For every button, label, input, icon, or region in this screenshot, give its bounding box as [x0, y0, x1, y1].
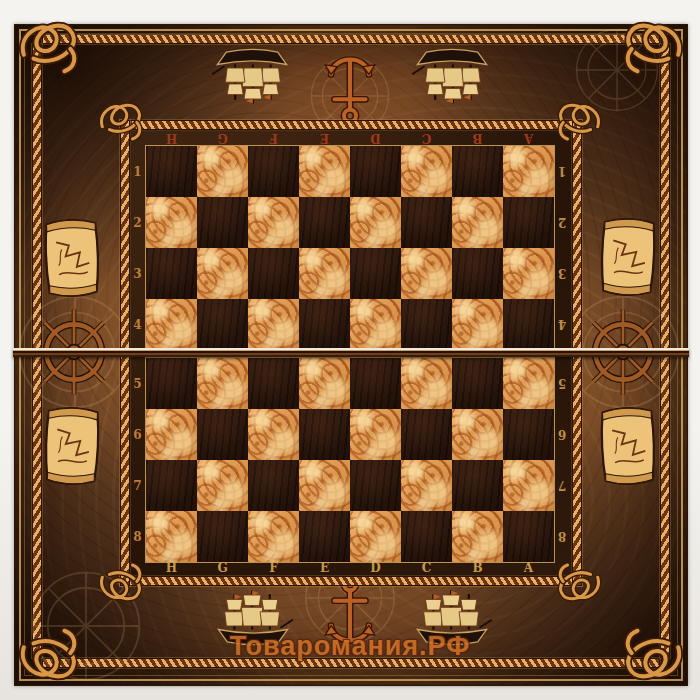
square-d8: [350, 511, 401, 562]
scroll-map-icon: [594, 400, 661, 492]
square-g7: [197, 460, 248, 511]
square-g8: [197, 511, 248, 562]
coord-label: D: [350, 132, 401, 144]
coord-label: 3: [558, 248, 566, 299]
square-g1: [197, 146, 248, 197]
square-g4: [197, 299, 248, 350]
scroll-map-icon: [38, 400, 105, 492]
square-f4: [248, 299, 299, 350]
square-e7: [299, 460, 350, 511]
square-g5: [197, 358, 248, 409]
square-c7: [401, 460, 452, 511]
coord-label: 4: [133, 299, 141, 350]
square-g2: [197, 197, 248, 248]
square-f7: [248, 460, 299, 511]
rope-knot-icon: [18, 16, 80, 78]
square-c3: [401, 248, 452, 299]
square-e5: [299, 358, 350, 409]
coord-label: 3: [133, 248, 141, 299]
coord-label: C: [401, 132, 452, 144]
coord-label: 2: [133, 197, 141, 248]
coord-label: G: [197, 132, 248, 144]
square-f8: [248, 511, 299, 562]
square-a1: [503, 146, 554, 197]
rank-labels-right-upper: 1234: [556, 146, 569, 350]
square-e2: [299, 197, 350, 248]
coord-label: 1: [558, 146, 566, 197]
coord-label: 7: [558, 460, 566, 511]
anchor-icon: [323, 40, 377, 126]
square-c6: [401, 409, 452, 460]
square-b2: [452, 197, 503, 248]
square-f1: [248, 146, 299, 197]
square-h3: [146, 248, 197, 299]
square-d7: [350, 460, 401, 511]
board-lower-half: [146, 358, 554, 562]
square-g3: [197, 248, 248, 299]
square-c2: [401, 197, 452, 248]
square-b1: [452, 146, 503, 197]
square-h5: [146, 358, 197, 409]
square-e1: [299, 146, 350, 197]
ship-icon: [210, 45, 294, 107]
square-b5: [452, 358, 503, 409]
inner-rope-top: [120, 120, 582, 130]
square-d4: [350, 299, 401, 350]
square-h8: [146, 511, 197, 562]
coord-label: 5: [133, 358, 141, 409]
square-a8: [503, 511, 554, 562]
board-fold-seam: [13, 348, 689, 357]
square-f6: [248, 409, 299, 460]
coord-label: F: [248, 562, 299, 574]
coord-label: C: [401, 562, 452, 574]
coord-label: E: [299, 132, 350, 144]
square-f5: [248, 358, 299, 409]
rank-labels-right-lower: 5678: [556, 358, 569, 562]
rope-knot-icon: [556, 560, 602, 606]
square-b6: [452, 409, 503, 460]
square-d1: [350, 146, 401, 197]
file-labels-bottom: HGFEDCBA: [146, 561, 554, 574]
square-a7: [503, 460, 554, 511]
file-labels-top: HGFEDCBA: [146, 131, 554, 144]
coord-label: F: [248, 132, 299, 144]
coord-label: 6: [133, 409, 141, 460]
square-h2: [146, 197, 197, 248]
square-d3: [350, 248, 401, 299]
rope-knot-icon: [98, 560, 144, 606]
square-a2: [503, 197, 554, 248]
coord-label: E: [299, 562, 350, 574]
square-a6: [503, 409, 554, 460]
chess-board-photo: HGFEDCBA HGFEDCBA 1234 5678 1234 5678 То…: [0, 0, 700, 700]
square-c4: [401, 299, 452, 350]
square-f2: [248, 197, 299, 248]
coord-label: 8: [133, 511, 141, 562]
ship-icon: [410, 45, 494, 107]
square-c8: [401, 511, 452, 562]
square-c1: [401, 146, 452, 197]
square-b8: [452, 511, 503, 562]
rope-knot-icon: [622, 16, 684, 78]
coord-label: 1: [133, 146, 141, 197]
square-d6: [350, 409, 401, 460]
square-e3: [299, 248, 350, 299]
square-h1: [146, 146, 197, 197]
scroll-map-icon: [594, 211, 661, 303]
square-b4: [452, 299, 503, 350]
coord-label: B: [452, 132, 503, 144]
coord-label: H: [146, 562, 197, 574]
watermark-text: Товаромания.РФ: [0, 631, 700, 662]
board-upper-half: [146, 146, 554, 350]
square-d2: [350, 197, 401, 248]
square-e8: [299, 511, 350, 562]
square-a4: [503, 299, 554, 350]
coord-label: 2: [558, 197, 566, 248]
coord-label: A: [503, 132, 554, 144]
square-b3: [452, 248, 503, 299]
coord-label: 5: [558, 358, 566, 409]
square-g6: [197, 409, 248, 460]
coord-label: H: [146, 132, 197, 144]
square-e6: [299, 409, 350, 460]
square-e4: [299, 299, 350, 350]
rope-knot-icon: [98, 98, 144, 144]
rank-labels-left-upper: 1234: [131, 146, 144, 350]
coord-label: B: [452, 562, 503, 574]
rope-knot-icon: [556, 98, 602, 144]
scroll-map-icon: [38, 212, 105, 304]
square-f3: [248, 248, 299, 299]
square-c5: [401, 358, 452, 409]
coord-label: 6: [558, 409, 566, 460]
coord-label: 7: [133, 460, 141, 511]
coord-label: 8: [558, 511, 566, 562]
square-a3: [503, 248, 554, 299]
square-h7: [146, 460, 197, 511]
coord-label: D: [350, 562, 401, 574]
square-a5: [503, 358, 554, 409]
square-h4: [146, 299, 197, 350]
inner-rope-bottom: [120, 576, 582, 586]
coord-label: 4: [558, 299, 566, 350]
square-b7: [452, 460, 503, 511]
coord-label: G: [197, 562, 248, 574]
coord-label: A: [503, 562, 554, 574]
square-d5: [350, 358, 401, 409]
square-h6: [146, 409, 197, 460]
rank-labels-left-lower: 5678: [131, 358, 144, 562]
